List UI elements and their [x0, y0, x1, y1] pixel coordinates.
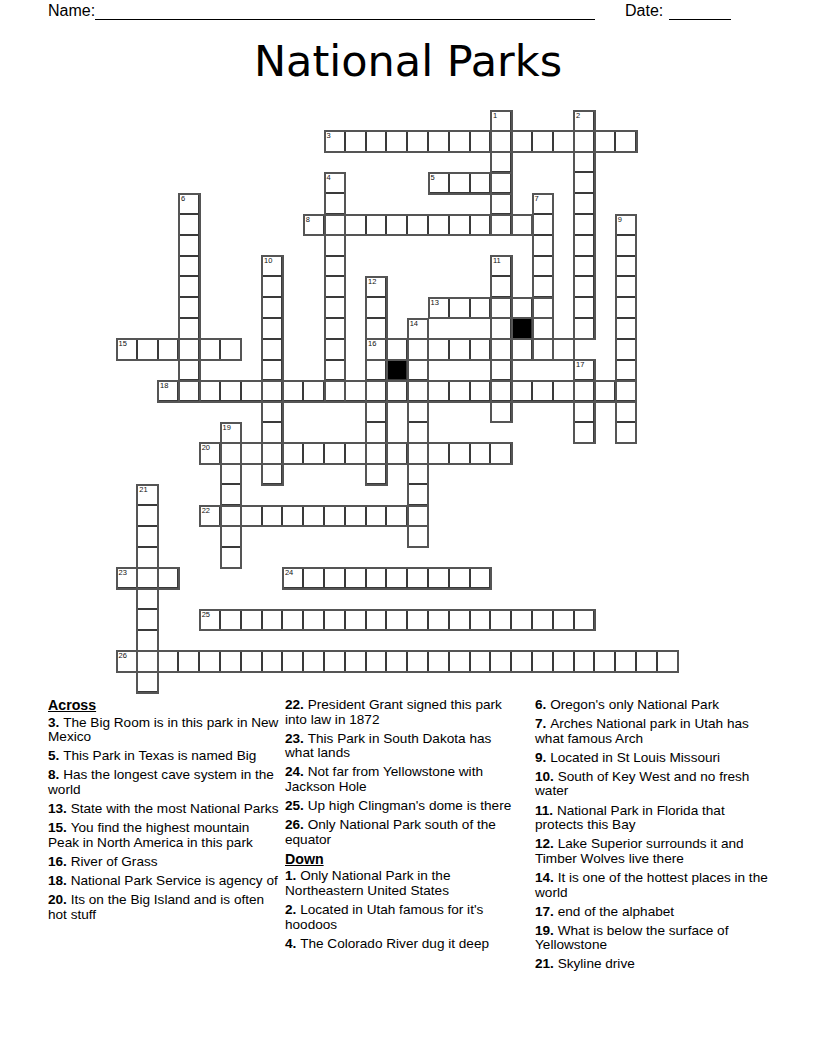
cell-r26c16[interactable] — [449, 651, 470, 672]
cell-r5c3[interactable] — [178, 214, 199, 235]
cell-r11c16[interactable] — [449, 339, 470, 360]
cell-r8c12[interactable]: 12 — [366, 276, 387, 297]
cell-number-3: 3 — [327, 131, 331, 140]
cell-r1c13[interactable] — [386, 131, 407, 152]
cell-r26c0[interactable]: 26 — [116, 651, 137, 672]
clue-13-across: 13. State with the most National Parks — [48, 802, 284, 817]
cell-r9c7[interactable] — [262, 297, 283, 318]
cell-r8c7[interactable] — [262, 276, 283, 297]
cell-r0c18[interactable]: 1 — [490, 110, 511, 131]
cell-r13c14[interactable] — [407, 380, 428, 401]
cell-r10c22[interactable] — [574, 318, 595, 339]
cell-r11c21[interactable] — [553, 339, 574, 360]
cell-r12c12[interactable] — [366, 360, 387, 381]
cell-r24c13[interactable] — [386, 609, 407, 630]
cell-r17c14[interactable] — [407, 464, 428, 485]
cell-r17c7[interactable] — [262, 464, 283, 485]
cell-r5c15[interactable] — [428, 214, 449, 235]
cell-r9c18[interactable] — [490, 297, 511, 318]
cell-r6c24[interactable] — [615, 235, 636, 256]
cell-r9c10[interactable] — [324, 297, 345, 318]
cell-r19c10[interactable] — [324, 505, 345, 526]
cell-r24c22[interactable] — [574, 609, 595, 630]
cell-r24c12[interactable] — [366, 609, 387, 630]
cell-r9c22[interactable] — [574, 297, 595, 318]
cell-r12c7[interactable] — [262, 360, 283, 381]
cell-r25c1[interactable] — [137, 630, 158, 651]
cell-r7c10[interactable] — [324, 256, 345, 277]
cell-r15c12[interactable] — [366, 422, 387, 443]
cell-r22c15[interactable] — [428, 568, 449, 589]
cell-r26c25[interactable] — [636, 651, 657, 672]
cell-r13c21[interactable] — [553, 380, 574, 401]
cell-r16c8[interactable] — [282, 443, 303, 464]
cell-r13c13[interactable] — [386, 380, 407, 401]
cell-r15c22[interactable] — [574, 422, 595, 443]
cell-r6c20[interactable] — [532, 235, 553, 256]
cell-r5c16[interactable] — [449, 214, 470, 235]
clue-5-across: 5. This Park in Texas is named Big — [48, 749, 284, 764]
cell-r12c3[interactable] — [178, 360, 199, 381]
clue-number: 6. — [535, 697, 550, 712]
cell-number-26: 26 — [119, 651, 127, 660]
cell-r1c12[interactable] — [366, 131, 387, 152]
cell-r5c10[interactable] — [324, 214, 345, 235]
cell-r13c6[interactable] — [241, 380, 262, 401]
cell-r8c10[interactable] — [324, 276, 345, 297]
clue-number: 24. — [285, 764, 308, 779]
cell-r13c5[interactable] — [220, 380, 241, 401]
cell-r26c1[interactable] — [137, 651, 158, 672]
cell-r1c15[interactable] — [428, 131, 449, 152]
cell-r13c16[interactable] — [449, 380, 470, 401]
cell-r2c22[interactable] — [574, 152, 595, 173]
cell-r13c19[interactable] — [511, 380, 532, 401]
clue-9-down: 9. Located in St Louis Missouri — [535, 751, 775, 766]
cell-number-20: 20 — [202, 443, 210, 452]
cell-r6c10[interactable] — [324, 235, 345, 256]
cell-r24c8[interactable] — [282, 609, 303, 630]
cell-r24c6[interactable] — [241, 609, 262, 630]
clue-3-across: 3. The Big Room is in this park in New M… — [48, 716, 284, 745]
cell-r22c0[interactable]: 23 — [116, 568, 137, 589]
cell-r15c24[interactable] — [615, 422, 636, 443]
cell-r24c17[interactable] — [470, 609, 491, 630]
clue-number: 26. — [285, 817, 308, 832]
cell-r12c18[interactable] — [490, 360, 511, 381]
cell-r1c18[interactable] — [490, 131, 511, 152]
cell-r26c13[interactable] — [386, 651, 407, 672]
clue-6-down: 6. Oregon's only National Park — [535, 698, 775, 713]
clue-17-down: 17. end of the alphabet — [535, 905, 775, 920]
cell-r19c13[interactable] — [386, 505, 407, 526]
cell-r19c14[interactable] — [407, 505, 428, 526]
cell-r11c12[interactable]: 16 — [366, 339, 387, 360]
cell-r21c5[interactable] — [220, 547, 241, 568]
cell-r13c4[interactable] — [199, 380, 220, 401]
cell-r16c6[interactable] — [241, 443, 262, 464]
clue-11-down: 11. National Park in Florida that protec… — [535, 804, 775, 833]
cell-r16c17[interactable] — [470, 443, 491, 464]
cell-r11c13[interactable] — [386, 339, 407, 360]
cell-r3c22[interactable] — [574, 172, 595, 193]
cell-r22c8[interactable]: 24 — [282, 568, 303, 589]
cell-r14c24[interactable] — [615, 401, 636, 422]
cell-r5c11[interactable] — [345, 214, 366, 235]
clue-number: 5. — [48, 748, 63, 763]
cell-r11c14[interactable] — [407, 339, 428, 360]
cell-r10c20[interactable] — [532, 318, 553, 339]
cell-r16c5[interactable] — [220, 443, 241, 464]
cell-r23c1[interactable] — [137, 588, 158, 609]
clue-number: 21. — [535, 956, 558, 971]
cell-r24c1[interactable] — [137, 609, 158, 630]
cell-r16c9[interactable] — [303, 443, 324, 464]
cell-r0c22[interactable]: 2 — [574, 110, 595, 131]
cell-r26c19[interactable] — [511, 651, 532, 672]
clue-15-across: 15. You find the highest mountain Peak i… — [48, 821, 284, 850]
cell-r26c6[interactable] — [241, 651, 262, 672]
cell-r1c21[interactable] — [553, 131, 574, 152]
cell-r8c20[interactable] — [532, 276, 553, 297]
cell-r11c5[interactable] — [220, 339, 241, 360]
cell-r16c10[interactable] — [324, 443, 345, 464]
cell-r22c16[interactable] — [449, 568, 470, 589]
cell-r21c1[interactable] — [137, 547, 158, 568]
clue-2-down: 2. Located in Utah famous for it's hoodo… — [285, 903, 523, 932]
cell-r10c24[interactable] — [615, 318, 636, 339]
cell-r16c13[interactable] — [386, 443, 407, 464]
cell-number-8: 8 — [306, 215, 310, 224]
cell-r22c10[interactable] — [324, 568, 345, 589]
cell-r6c3[interactable] — [178, 235, 199, 256]
cell-r26c14[interactable] — [407, 651, 428, 672]
cell-r19c4[interactable]: 22 — [199, 505, 220, 526]
cell-r15c7[interactable] — [262, 422, 283, 443]
clue-number: 19. — [535, 923, 558, 938]
cell-r26c21[interactable] — [553, 651, 574, 672]
cell-r19c7[interactable] — [262, 505, 283, 526]
cell-r4c18[interactable] — [490, 193, 511, 214]
cell-r26c9[interactable] — [303, 651, 324, 672]
cell-r7c22[interactable] — [574, 256, 595, 277]
cell-r15c5[interactable]: 19 — [220, 422, 241, 443]
cell-r3c16[interactable] — [449, 172, 470, 193]
cell-r22c13[interactable] — [386, 568, 407, 589]
cell-r13c15[interactable] — [428, 380, 449, 401]
cell-r13c18[interactable] — [490, 380, 511, 401]
cell-r19c5[interactable] — [220, 505, 241, 526]
cell-r24c4[interactable]: 25 — [199, 609, 220, 630]
cell-r2c18[interactable] — [490, 152, 511, 173]
cell-r16c15[interactable] — [428, 443, 449, 464]
cell-r13c8[interactable] — [282, 380, 303, 401]
cell-r5c18[interactable] — [490, 214, 511, 235]
cell-r22c12[interactable] — [366, 568, 387, 589]
cell-r9c17[interactable] — [470, 297, 491, 318]
cell-r11c18[interactable] — [490, 339, 511, 360]
cell-r26c8[interactable] — [282, 651, 303, 672]
cell-r1c19[interactable] — [511, 131, 532, 152]
clue-20-across: 20. Its on the Big Island and is often h… — [48, 893, 284, 922]
clue-18-across: 18. National Park Service is agency of — [48, 874, 284, 889]
cell-r13c22[interactable] — [574, 380, 595, 401]
cell-r27c1[interactable] — [137, 672, 158, 693]
clue-7-down: 7. Arches National park in Utah has what… — [535, 717, 775, 746]
cell-r13c9[interactable] — [303, 380, 324, 401]
cell-r5c20[interactable] — [532, 214, 553, 235]
cell-r11c7[interactable] — [262, 339, 283, 360]
cell-r13c23[interactable] — [594, 380, 615, 401]
cell-r16c18[interactable] — [490, 443, 511, 464]
cell-r7c24[interactable] — [615, 256, 636, 277]
cell-r26c10[interactable] — [324, 651, 345, 672]
black-cell-r10c19 — [511, 318, 532, 339]
cell-r11c2[interactable] — [158, 339, 179, 360]
cell-r3c15[interactable]: 5 — [428, 172, 449, 193]
cell-r8c3[interactable] — [178, 276, 199, 297]
cell-r8c24[interactable] — [615, 276, 636, 297]
cell-r20c14[interactable] — [407, 526, 428, 547]
cell-r24c16[interactable] — [449, 609, 470, 630]
cell-number-18: 18 — [160, 381, 168, 390]
cell-r4c22[interactable] — [574, 193, 595, 214]
cell-r18c5[interactable] — [220, 484, 241, 505]
cell-r9c20[interactable] — [532, 297, 553, 318]
cell-r14c18[interactable] — [490, 401, 511, 422]
cell-r26c20[interactable] — [532, 651, 553, 672]
date-field-line[interactable] — [669, 2, 731, 20]
cell-r11c10[interactable] — [324, 339, 345, 360]
cell-r14c22[interactable] — [574, 401, 595, 422]
cell-number-14: 14 — [410, 319, 418, 328]
cell-r26c4[interactable] — [199, 651, 220, 672]
cell-r9c12[interactable] — [366, 297, 387, 318]
cell-r22c14[interactable] — [407, 568, 428, 589]
clue-number: 13. — [48, 801, 71, 816]
cell-r10c10[interactable] — [324, 318, 345, 339]
cell-r4c20[interactable]: 7 — [532, 193, 553, 214]
cell-r26c2[interactable] — [158, 651, 179, 672]
cell-r14c12[interactable] — [366, 401, 387, 422]
cell-r26c15[interactable] — [428, 651, 449, 672]
cell-number-12: 12 — [368, 277, 376, 286]
cell-number-5: 5 — [431, 173, 435, 182]
clue-number: 22. — [285, 697, 308, 712]
cell-r24c11[interactable] — [345, 609, 366, 630]
cell-r9c15[interactable]: 13 — [428, 297, 449, 318]
cell-r5c19[interactable] — [511, 214, 532, 235]
cell-r22c2[interactable] — [158, 568, 179, 589]
clue-25-across: 25. Up high Clingman's dome is there — [285, 799, 523, 814]
cell-r13c11[interactable] — [345, 380, 366, 401]
cell-r11c3[interactable] — [178, 339, 199, 360]
clue-number: 25. — [285, 798, 308, 813]
cell-r13c20[interactable] — [532, 380, 553, 401]
cell-number-9: 9 — [618, 215, 622, 224]
cell-r4c10[interactable] — [324, 193, 345, 214]
clue-number: 17. — [535, 904, 558, 919]
cell-r24c18[interactable] — [490, 609, 511, 630]
cell-r7c3[interactable] — [178, 256, 199, 277]
cell-r5c22[interactable] — [574, 214, 595, 235]
name-label: Name: — [48, 2, 95, 20]
cell-r5c24[interactable]: 9 — [615, 214, 636, 235]
cell-r10c14[interactable]: 14 — [407, 318, 428, 339]
cell-r26c12[interactable] — [366, 651, 387, 672]
cell-r24c19[interactable] — [511, 609, 532, 630]
cell-r1c23[interactable] — [594, 131, 615, 152]
cell-r22c9[interactable] — [303, 568, 324, 589]
cell-r10c18[interactable] — [490, 318, 511, 339]
clue-12-down: 12. Lake Superior surrounds it and Timbe… — [535, 837, 775, 866]
clue-8-across: 8. Has the longest cave system in the wo… — [48, 768, 284, 797]
cell-r9c24[interactable] — [615, 297, 636, 318]
clue-number: 8. — [48, 767, 63, 782]
cell-r24c14[interactable] — [407, 609, 428, 630]
cell-number-2: 2 — [576, 111, 580, 120]
cell-r26c26[interactable] — [657, 651, 678, 672]
cell-r26c7[interactable] — [262, 651, 283, 672]
cell-r26c23[interactable] — [594, 651, 615, 672]
cell-r3c17[interactable] — [470, 172, 491, 193]
cell-r16c11[interactable] — [345, 443, 366, 464]
cell-r11c24[interactable] — [615, 339, 636, 360]
cell-r7c20[interactable] — [532, 256, 553, 277]
cell-r24c9[interactable] — [303, 609, 324, 630]
cell-r16c4[interactable]: 20 — [199, 443, 220, 464]
cell-r13c2[interactable]: 18 — [158, 380, 179, 401]
cell-r1c10[interactable]: 3 — [324, 131, 345, 152]
cell-r14c14[interactable] — [407, 401, 428, 422]
clue-number: 23. — [285, 731, 308, 746]
cell-number-15: 15 — [119, 339, 127, 348]
cell-r9c19[interactable] — [511, 297, 532, 318]
cell-r19c12[interactable] — [366, 505, 387, 526]
cell-r8c18[interactable] — [490, 276, 511, 297]
cell-r11c20[interactable] — [532, 339, 553, 360]
cell-r7c18[interactable]: 11 — [490, 256, 511, 277]
cell-r6c22[interactable] — [574, 235, 595, 256]
cell-r3c10[interactable]: 4 — [324, 172, 345, 193]
cell-r18c1[interactable]: 21 — [137, 484, 158, 505]
clue-4-down: 4. The Colorado River dug it deep — [285, 937, 523, 952]
cell-r26c5[interactable] — [220, 651, 241, 672]
cell-r16c12[interactable] — [366, 443, 387, 464]
cell-r11c1[interactable] — [137, 339, 158, 360]
cell-r24c10[interactable] — [324, 609, 345, 630]
cell-r16c14[interactable] — [407, 443, 428, 464]
cell-r13c3[interactable] — [178, 380, 199, 401]
cell-r19c9[interactable] — [303, 505, 324, 526]
cell-r8c22[interactable] — [574, 276, 595, 297]
cell-r24c20[interactable] — [532, 609, 553, 630]
cell-r24c21[interactable] — [553, 609, 574, 630]
cell-r12c10[interactable] — [324, 360, 345, 381]
cell-r1c22[interactable] — [574, 131, 595, 152]
cell-r12c14[interactable] — [407, 360, 428, 381]
name-field-line[interactable] — [95, 2, 595, 20]
cell-r18c14[interactable] — [407, 484, 428, 505]
cell-r26c24[interactable] — [615, 651, 636, 672]
cell-r14c7[interactable] — [262, 401, 283, 422]
cell-r13c12[interactable] — [366, 380, 387, 401]
cell-r10c3[interactable] — [178, 318, 199, 339]
cell-r4c3[interactable]: 6 — [178, 193, 199, 214]
cell-r1c20[interactable] — [532, 131, 553, 152]
cell-r5c9[interactable]: 8 — [303, 214, 324, 235]
cell-r16c7[interactable] — [262, 443, 283, 464]
clue-10-down: 10. South of Key West and no fresh water — [535, 770, 775, 799]
cell-r12c22[interactable]: 17 — [574, 360, 595, 381]
cell-r13c7[interactable] — [262, 380, 283, 401]
cell-r5c14[interactable] — [407, 214, 428, 235]
cell-r22c1[interactable] — [137, 568, 158, 589]
clue-column-2: 22. President Grant signed this park int… — [285, 698, 523, 956]
cell-r26c22[interactable] — [574, 651, 595, 672]
cell-r19c6[interactable] — [241, 505, 262, 526]
cell-r10c7[interactable] — [262, 318, 283, 339]
cell-r26c18[interactable] — [490, 651, 511, 672]
cell-r26c3[interactable] — [178, 651, 199, 672]
cell-r13c17[interactable] — [470, 380, 491, 401]
cell-number-23: 23 — [119, 568, 127, 577]
cell-r9c16[interactable] — [449, 297, 470, 318]
clue-14-down: 14. It is one of the hottest places in t… — [535, 871, 775, 900]
cell-number-1: 1 — [493, 111, 497, 120]
cell-r11c4[interactable] — [199, 339, 220, 360]
cell-r16c16[interactable] — [449, 443, 470, 464]
cell-r24c7[interactable] — [262, 609, 283, 630]
cell-r1c17[interactable] — [470, 131, 491, 152]
cell-r24c5[interactable] — [220, 609, 241, 630]
cell-r12c24[interactable] — [615, 360, 636, 381]
cell-r11c0[interactable]: 15 — [116, 339, 137, 360]
cell-r11c17[interactable] — [470, 339, 491, 360]
cell-r13c24[interactable] — [615, 380, 636, 401]
cell-r1c16[interactable] — [449, 131, 470, 152]
cell-r11c19[interactable] — [511, 339, 532, 360]
cell-r26c17[interactable] — [470, 651, 491, 672]
cell-r9c3[interactable] — [178, 297, 199, 318]
cell-r13c10[interactable] — [324, 380, 345, 401]
cell-r1c24[interactable] — [615, 131, 636, 152]
cell-r5c17[interactable] — [470, 214, 491, 235]
cell-r26c11[interactable] — [345, 651, 366, 672]
cell-r22c17[interactable] — [470, 568, 491, 589]
cell-r10c12[interactable] — [366, 318, 387, 339]
cell-r20c5[interactable] — [220, 526, 241, 547]
cell-r19c1[interactable] — [137, 505, 158, 526]
cell-r5c13[interactable] — [386, 214, 407, 235]
cell-r15c14[interactable] — [407, 422, 428, 443]
cell-r1c14[interactable] — [407, 131, 428, 152]
cell-r20c1[interactable] — [137, 526, 158, 547]
cell-number-25: 25 — [202, 610, 210, 619]
cell-r17c12[interactable] — [366, 464, 387, 485]
cell-r1c11[interactable] — [345, 131, 366, 152]
cell-r7c7[interactable]: 10 — [262, 256, 283, 277]
cell-r11c15[interactable] — [428, 339, 449, 360]
cell-r19c11[interactable] — [345, 505, 366, 526]
cell-number-4: 4 — [327, 173, 331, 182]
cell-r24c15[interactable] — [428, 609, 449, 630]
cell-r17c5[interactable] — [220, 464, 241, 485]
cell-r22c11[interactable] — [345, 568, 366, 589]
cell-r5c12[interactable] — [366, 214, 387, 235]
cell-r3c18[interactable] — [490, 172, 511, 193]
cell-r19c8[interactable] — [282, 505, 303, 526]
